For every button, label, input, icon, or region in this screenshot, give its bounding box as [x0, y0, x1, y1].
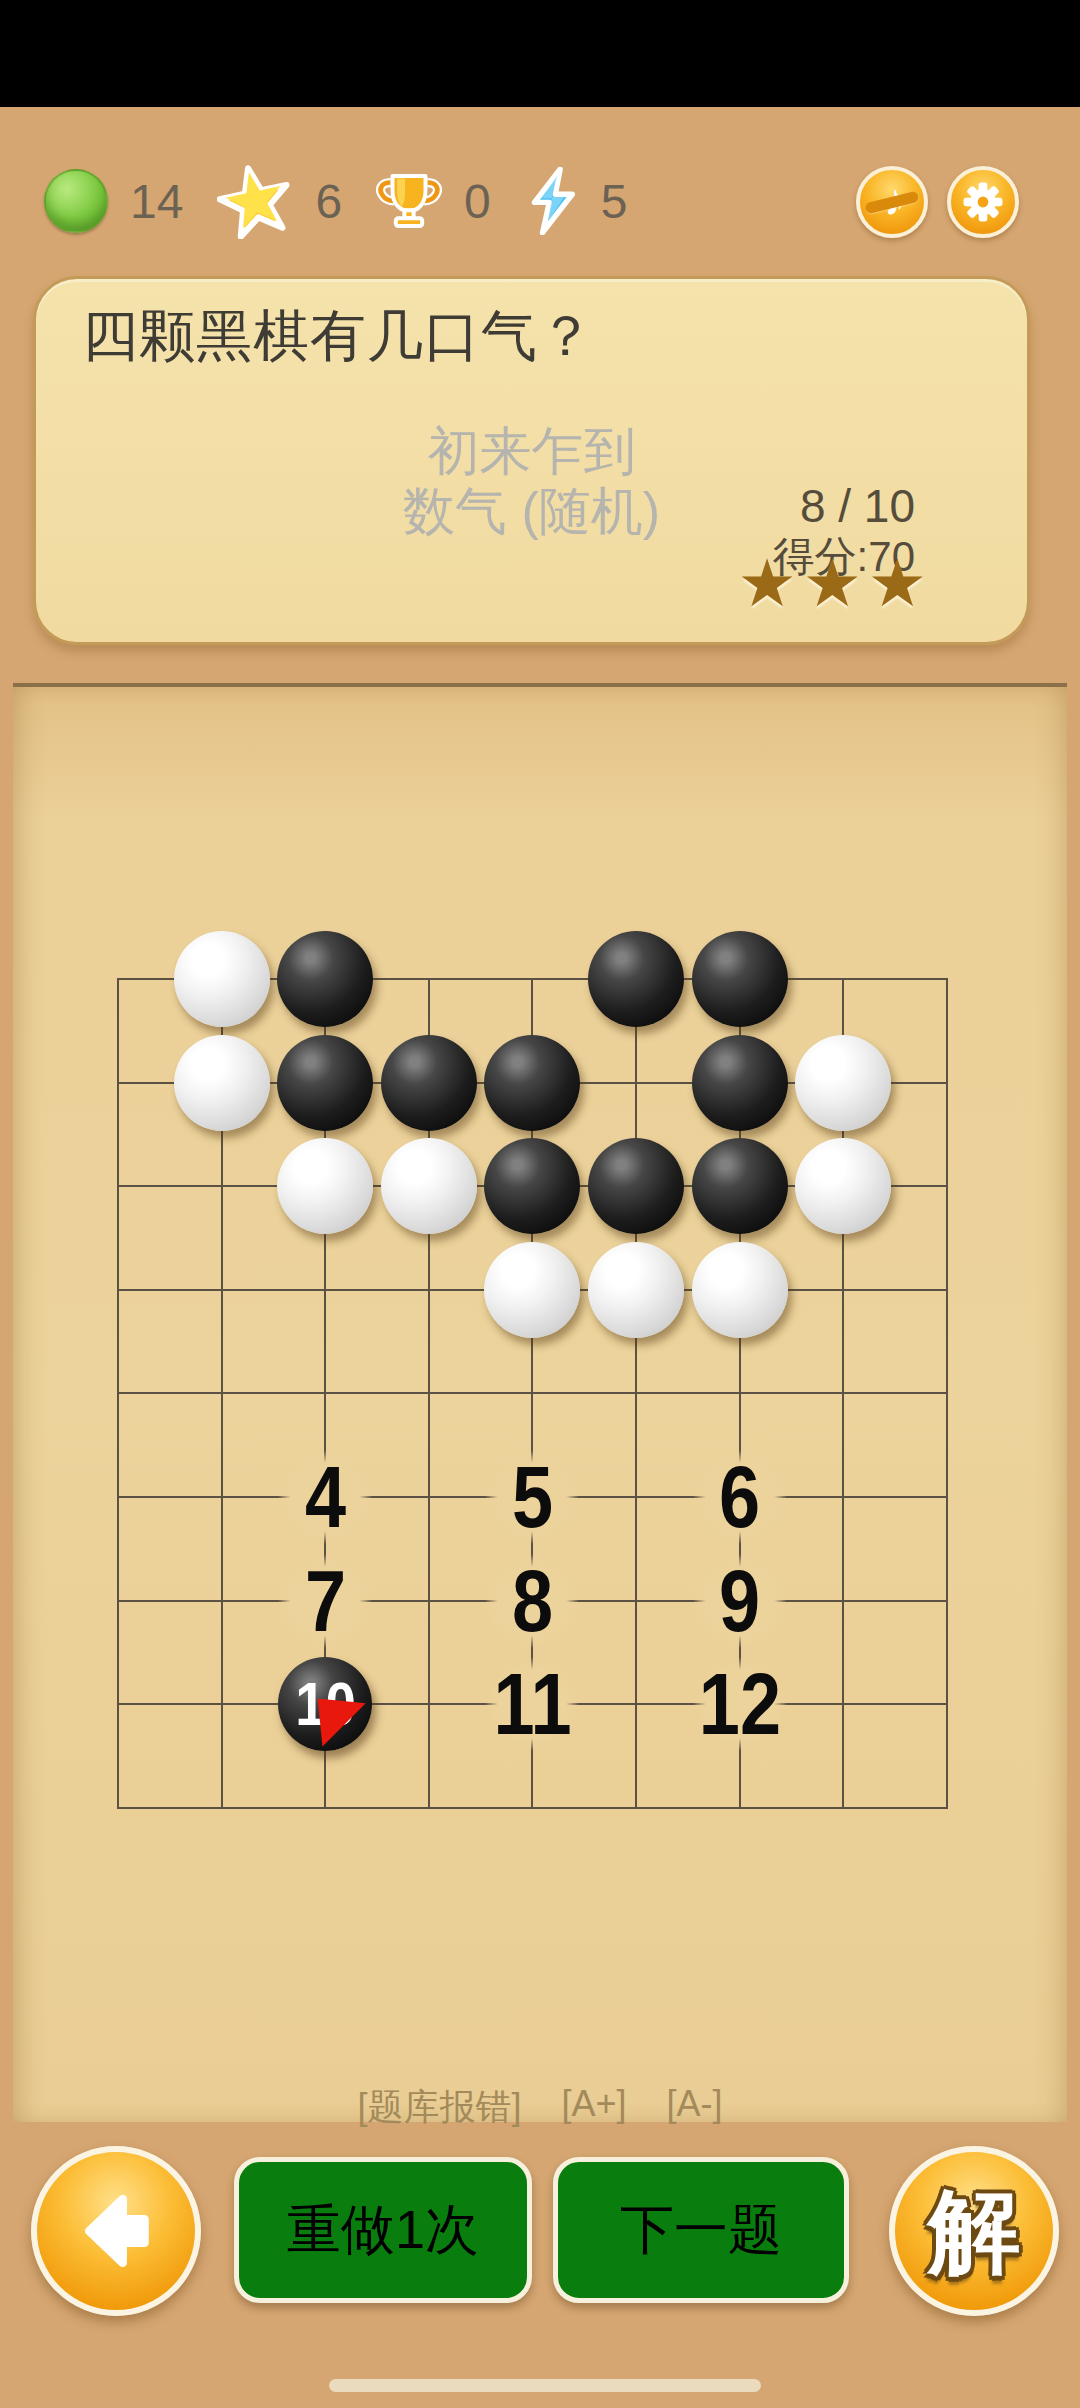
app-screen: 14 6 0 5 ♪: [0, 0, 1080, 2408]
answer-label: 4: [305, 1453, 346, 1541]
star-icon: [217, 163, 293, 239]
black-stone: [381, 1035, 477, 1131]
go-board: 456789101112: [13, 687, 1067, 2122]
grid-line-v: [635, 978, 637, 1809]
answer-option-11[interactable]: 11: [470, 1642, 594, 1766]
home-indicator[interactable]: [329, 2379, 761, 2392]
font-increase-link[interactable]: [A+]: [561, 2083, 626, 2132]
counter-value-stars: 6: [315, 174, 342, 229]
black-stone: [692, 931, 788, 1027]
answer-label: 8: [512, 1557, 553, 1645]
status-bar: [0, 0, 1080, 107]
white-stone: [381, 1138, 477, 1234]
white-stone: [795, 1035, 891, 1131]
redo-button-label: 重做1次: [287, 2194, 479, 2267]
next-question-button[interactable]: 下一题: [553, 2157, 849, 2303]
white-stone: [692, 1242, 788, 1338]
black-stone: [692, 1035, 788, 1131]
question-title: 四颗黑棋有几口气？: [82, 299, 595, 375]
green-stone-icon: [44, 169, 108, 233]
stars-row: ★★★: [737, 545, 933, 622]
gear-icon: [956, 175, 1010, 229]
grid-line-h: [117, 1807, 948, 1809]
font-decrease-link[interactable]: [A-]: [667, 2083, 723, 2132]
black-stone: [692, 1138, 788, 1234]
grid-line-h: [117, 1392, 948, 1394]
black-stone: [588, 931, 684, 1027]
black-stone: [277, 1035, 373, 1131]
red-flag-marker-icon: [318, 1699, 366, 1747]
back-button[interactable]: [31, 2146, 201, 2316]
black-stone: [484, 1138, 580, 1234]
hud-counters: 14 6 0 5: [44, 164, 640, 238]
grid-line-v: [946, 978, 948, 1809]
lightning-icon: [525, 167, 579, 235]
board-links: [题库报错] [A+] [A-]: [13, 2083, 1067, 2132]
answer-label: 5: [512, 1453, 553, 1541]
music-toggle-button[interactable]: ♪: [856, 166, 928, 238]
trophy-icon: [376, 168, 442, 234]
white-stone: [174, 1035, 270, 1131]
white-stone: [588, 1242, 684, 1338]
answer-option-12[interactable]: 12: [678, 1642, 802, 1766]
answer-label: 7: [305, 1557, 346, 1645]
next-button-label: 下一题: [620, 2194, 782, 2267]
answer-label: 9: [719, 1557, 760, 1645]
answer-label: 11: [493, 1660, 571, 1748]
answer-label: 12: [698, 1660, 780, 1748]
counter-value-stones: 14: [130, 174, 183, 229]
white-stone: [174, 931, 270, 1027]
solve-button[interactable]: 解: [889, 2146, 1059, 2316]
progress-counter: 8 / 10: [800, 479, 915, 533]
question-panel: 四颗黑棋有几口气？ 初来乍到 数气 (随机) 8 / 10 得分:70 ★★★: [33, 276, 1030, 645]
counter-value-trophies: 0: [464, 174, 491, 229]
settings-button[interactable]: [947, 166, 1019, 238]
redo-button[interactable]: 重做1次: [234, 2157, 532, 2303]
white-stone: [795, 1138, 891, 1234]
white-stone: [277, 1138, 373, 1234]
answer-label: 6: [719, 1453, 760, 1541]
board-panel: 456789101112 [题库报错] [A+] [A-]: [13, 683, 1067, 2122]
black-stone: [277, 931, 373, 1027]
back-arrow-icon: [70, 2189, 162, 2273]
answer-option-10-selected[interactable]: 10: [278, 1657, 372, 1751]
black-stone: [484, 1035, 580, 1131]
black-stone: [588, 1138, 684, 1234]
counter-value-energy: 5: [601, 174, 628, 229]
solve-button-label: 解: [928, 2185, 1020, 2277]
report-error-link[interactable]: [题库报错]: [357, 2083, 521, 2132]
answer-option-7[interactable]: 7: [263, 1539, 387, 1663]
white-stone: [484, 1242, 580, 1338]
